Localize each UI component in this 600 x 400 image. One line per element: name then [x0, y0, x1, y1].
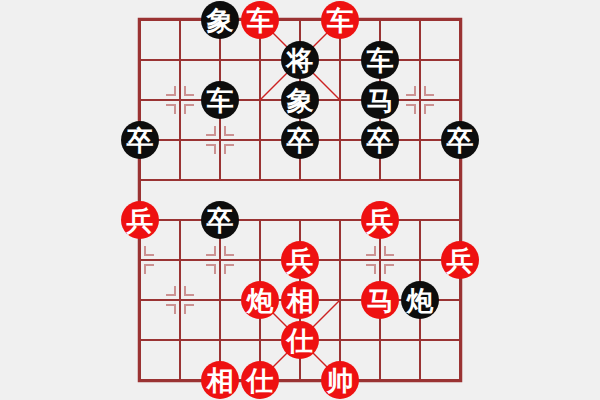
- piece-black-elephant[interactable]: 象: [201, 1, 239, 39]
- piece-red-horse[interactable]: 马: [361, 281, 399, 319]
- piece-black-soldier[interactable]: 卒: [121, 121, 159, 159]
- xiangqi-board[interactable]: 象车车将车车象马卒卒卒卒兵卒兵兵兵炮相马炮仕相仕帅: [0, 0, 600, 400]
- piece-black-chariot[interactable]: 车: [201, 81, 239, 119]
- piece-red-general[interactable]: 帅: [321, 361, 359, 399]
- piece-red-elephant[interactable]: 相: [201, 361, 239, 399]
- piece-black-horse[interactable]: 马: [361, 81, 399, 119]
- piece-black-general[interactable]: 将: [281, 41, 319, 79]
- piece-red-soldier[interactable]: 兵: [281, 241, 319, 279]
- piece-red-chariot[interactable]: 车: [321, 1, 359, 39]
- xiangqi-app-screen: 象车车将车车象马卒卒卒卒兵卒兵兵兵炮相马炮仕相仕帅: [0, 0, 600, 400]
- piece-red-advisor[interactable]: 仕: [241, 361, 279, 399]
- piece-red-advisor[interactable]: 仕: [281, 321, 319, 359]
- piece-black-soldier[interactable]: 卒: [441, 121, 479, 159]
- piece-black-soldier[interactable]: 卒: [201, 201, 239, 239]
- piece-black-soldier[interactable]: 卒: [361, 121, 399, 159]
- piece-black-elephant[interactable]: 象: [281, 81, 319, 119]
- piece-red-soldier[interactable]: 兵: [121, 201, 159, 239]
- piece-red-cannon[interactable]: 炮: [241, 281, 279, 319]
- piece-red-chariot[interactable]: 车: [241, 1, 279, 39]
- piece-black-chariot[interactable]: 车: [361, 41, 399, 79]
- piece-red-elephant[interactable]: 相: [281, 281, 319, 319]
- piece-black-soldier[interactable]: 卒: [281, 121, 319, 159]
- piece-red-soldier[interactable]: 兵: [361, 201, 399, 239]
- piece-black-cannon[interactable]: 炮: [401, 281, 439, 319]
- piece-red-soldier[interactable]: 兵: [441, 241, 479, 279]
